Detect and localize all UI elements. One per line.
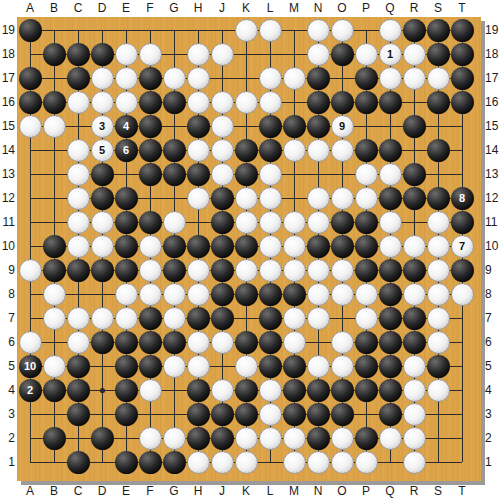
stone-white-O19[interactable] xyxy=(331,19,354,42)
stone-white-L19[interactable] xyxy=(259,19,282,42)
stone-white-A6[interactable] xyxy=(19,331,42,354)
stone-black-O4[interactable] xyxy=(331,379,354,402)
coord-label-bottom-A: A xyxy=(18,483,42,499)
stone-white-O8[interactable] xyxy=(331,283,354,306)
stone-white-S6[interactable] xyxy=(427,331,450,354)
stone-black-F7[interactable] xyxy=(139,307,162,330)
stone-black-T9[interactable] xyxy=(451,259,474,282)
stone-black-H3[interactable] xyxy=(187,403,210,426)
stone-black-P11[interactable] xyxy=(355,211,378,234)
stone-black-Q7[interactable] xyxy=(379,307,402,330)
stone-black-B9[interactable] xyxy=(43,259,66,282)
stone-black-C18[interactable] xyxy=(67,43,90,66)
stone-white-N19[interactable] xyxy=(307,19,330,42)
stone-white-B8[interactable] xyxy=(43,283,66,306)
coord-label-top-N: N xyxy=(306,0,330,16)
stone-white-R10[interactable] xyxy=(403,235,426,258)
stone-white-L3[interactable] xyxy=(259,403,282,426)
stone-white-O12[interactable] xyxy=(331,187,354,210)
stone-black-G13[interactable] xyxy=(163,163,186,186)
stone-white-L12[interactable] xyxy=(259,187,282,210)
stone-white-H16[interactable] xyxy=(187,91,210,114)
stone-black-J12[interactable] xyxy=(211,187,234,210)
stone-white-C6[interactable] xyxy=(67,331,90,354)
coord-label-bottom-T: T xyxy=(450,483,474,499)
stone-white-K19[interactable] xyxy=(235,19,258,42)
stone-black-C3[interactable] xyxy=(67,403,90,426)
stone-black-E14-move-6[interactable]: 6 xyxy=(115,139,138,162)
coord-label-bottom-C: C xyxy=(66,483,90,499)
stone-black-G16[interactable] xyxy=(163,91,186,114)
stone-white-N8[interactable] xyxy=(307,283,330,306)
stone-white-G2[interactable] xyxy=(163,427,186,450)
stone-black-T12-move-8[interactable]: 8 xyxy=(451,187,474,210)
stone-black-R15[interactable] xyxy=(403,115,426,138)
coord-label-bottom-Q: Q xyxy=(378,483,402,499)
stone-black-T18[interactable] xyxy=(451,43,474,66)
stone-white-M9[interactable] xyxy=(283,259,306,282)
stone-black-E5[interactable] xyxy=(115,355,138,378)
stone-black-N15[interactable] xyxy=(307,115,330,138)
stone-white-J1[interactable] xyxy=(211,451,234,474)
stone-black-C1[interactable] xyxy=(67,451,90,474)
stone-black-J2[interactable] xyxy=(211,427,234,450)
stone-black-J11[interactable] xyxy=(211,211,234,234)
stone-white-Q19[interactable] xyxy=(379,19,402,42)
coord-label-top-K: K xyxy=(234,0,258,16)
coord-label-bottom-K: K xyxy=(234,483,258,499)
stone-white-M14[interactable] xyxy=(283,139,306,162)
stone-white-N7[interactable] xyxy=(307,307,330,330)
coord-label-top-H: H xyxy=(186,0,210,16)
stone-black-P14[interactable] xyxy=(355,139,378,162)
stone-black-A16[interactable] xyxy=(19,91,42,114)
stone-black-B2[interactable] xyxy=(43,427,66,450)
stone-white-Q10[interactable] xyxy=(379,235,402,258)
stone-black-K4[interactable] xyxy=(235,379,258,402)
stone-white-J16[interactable] xyxy=(211,91,234,114)
stone-black-K14[interactable] xyxy=(235,139,258,162)
stone-white-M11[interactable] xyxy=(283,211,306,234)
stone-white-Q13[interactable] xyxy=(379,163,402,186)
stone-white-P7[interactable] xyxy=(355,307,378,330)
stone-white-H6[interactable] xyxy=(187,331,210,354)
stone-black-T11[interactable] xyxy=(451,211,474,234)
stone-white-M2[interactable] xyxy=(283,427,306,450)
stone-black-E15-move-4[interactable]: 4 xyxy=(115,115,138,138)
stone-white-C12[interactable] xyxy=(67,187,90,210)
stone-white-R5[interactable] xyxy=(403,355,426,378)
stone-black-A5-move-10[interactable]: 10 xyxy=(19,355,42,378)
stone-white-C16[interactable] xyxy=(67,91,90,114)
stone-white-M6[interactable] xyxy=(283,331,306,354)
stone-black-H7[interactable] xyxy=(187,307,210,330)
stone-black-P6[interactable] xyxy=(355,331,378,354)
stone-black-J9[interactable] xyxy=(211,259,234,282)
stone-black-S14[interactable] xyxy=(427,139,450,162)
coord-label-right-1: 1 xyxy=(485,454,500,470)
stone-black-L5[interactable] xyxy=(259,355,282,378)
coord-label-bottom-G: G xyxy=(162,483,186,499)
stone-black-H15[interactable] xyxy=(187,115,210,138)
stone-black-O16[interactable] xyxy=(331,91,354,114)
stone-white-J13[interactable] xyxy=(211,163,234,186)
stone-white-P8[interactable] xyxy=(355,283,378,306)
stone-black-K10[interactable] xyxy=(235,235,258,258)
stone-black-C4[interactable] xyxy=(67,379,90,402)
stone-white-L9[interactable] xyxy=(259,259,282,282)
stone-black-Q12[interactable] xyxy=(379,187,402,210)
stone-black-B18[interactable] xyxy=(43,43,66,66)
stone-white-S9[interactable] xyxy=(427,259,450,282)
stone-white-Q18-move-1[interactable]: 1 xyxy=(379,43,402,66)
stone-white-L17[interactable] xyxy=(259,67,282,90)
stone-black-N16[interactable] xyxy=(307,91,330,114)
stone-white-K16[interactable] xyxy=(235,91,258,114)
stone-black-R13[interactable] xyxy=(403,163,426,186)
stone-white-T10-move-7[interactable]: 7 xyxy=(451,235,474,258)
stone-white-H17[interactable] xyxy=(187,67,210,90)
stone-white-A9[interactable] xyxy=(19,259,42,282)
stone-white-D10[interactable] xyxy=(91,235,114,258)
stone-black-K8[interactable] xyxy=(235,283,258,306)
stone-white-H18[interactable] xyxy=(187,43,210,66)
stone-white-Q17[interactable] xyxy=(379,67,402,90)
stone-black-S19[interactable] xyxy=(427,19,450,42)
stone-black-P10[interactable] xyxy=(355,235,378,258)
stone-white-L2[interactable] xyxy=(259,427,282,450)
stone-black-C5[interactable] xyxy=(67,355,90,378)
stone-white-H14[interactable] xyxy=(187,139,210,162)
coord-label-right-7: 7 xyxy=(485,310,500,326)
stone-black-J7[interactable] xyxy=(211,307,234,330)
stone-black-Q9[interactable] xyxy=(379,259,402,282)
stone-black-F15[interactable] xyxy=(139,115,162,138)
stone-white-D15-move-3[interactable]: 3 xyxy=(91,115,114,138)
stone-white-H5[interactable] xyxy=(187,355,210,378)
go-board[interactable]: 13495687102 xyxy=(17,17,481,481)
stone-black-E1[interactable] xyxy=(115,451,138,474)
stone-white-H1[interactable] xyxy=(187,451,210,474)
stone-black-N4[interactable] xyxy=(307,379,330,402)
stone-white-C11[interactable] xyxy=(67,211,90,234)
stone-white-F10[interactable] xyxy=(139,235,162,258)
stone-white-K5[interactable] xyxy=(235,355,258,378)
stone-white-K12[interactable] xyxy=(235,187,258,210)
stone-white-L16[interactable] xyxy=(259,91,282,114)
stone-white-D7[interactable] xyxy=(91,307,114,330)
stone-black-O18[interactable] xyxy=(331,43,354,66)
stone-black-M3[interactable] xyxy=(283,403,306,426)
stone-white-F9[interactable] xyxy=(139,259,162,282)
stone-black-Q16[interactable] xyxy=(379,91,402,114)
stone-white-O5[interactable] xyxy=(331,355,354,378)
stone-black-J3[interactable] xyxy=(211,403,234,426)
stone-black-B10[interactable] xyxy=(43,235,66,258)
stone-white-R4[interactable] xyxy=(403,379,426,402)
stone-white-N9[interactable] xyxy=(307,259,330,282)
stone-white-S11[interactable] xyxy=(427,211,450,234)
stone-white-K1[interactable] xyxy=(235,451,258,474)
stone-white-N18[interactable] xyxy=(307,43,330,66)
stone-white-P13[interactable] xyxy=(355,163,378,186)
stone-black-M8[interactable] xyxy=(283,283,306,306)
stone-white-Q2[interactable] xyxy=(379,427,402,450)
stone-black-T19[interactable] xyxy=(451,19,474,42)
stone-black-T17[interactable] xyxy=(451,67,474,90)
stone-white-T8[interactable] xyxy=(451,283,474,306)
stone-white-R3[interactable] xyxy=(403,403,426,426)
stone-white-M17[interactable] xyxy=(283,67,306,90)
stone-white-G11[interactable] xyxy=(163,211,186,234)
stone-black-G10[interactable] xyxy=(163,235,186,258)
stone-black-T16[interactable] xyxy=(451,91,474,114)
stone-black-M15[interactable] xyxy=(283,115,306,138)
stone-black-S12[interactable] xyxy=(427,187,450,210)
stone-white-R1[interactable] xyxy=(403,451,426,474)
stone-white-N11[interactable] xyxy=(307,211,330,234)
stone-white-G17[interactable] xyxy=(163,67,186,90)
stone-white-D11[interactable] xyxy=(91,211,114,234)
stone-white-R17[interactable] xyxy=(403,67,426,90)
stone-black-D13[interactable] xyxy=(91,163,114,186)
stone-black-M4[interactable] xyxy=(283,379,306,402)
coord-label-top-B: B xyxy=(42,0,66,16)
stone-black-D18[interactable] xyxy=(91,43,114,66)
stone-white-C13[interactable] xyxy=(67,163,90,186)
stone-black-F1[interactable] xyxy=(139,451,162,474)
stone-black-S5[interactable] xyxy=(427,355,450,378)
stone-white-F4[interactable] xyxy=(139,379,162,402)
stone-black-E11[interactable] xyxy=(115,211,138,234)
stone-white-F18[interactable] xyxy=(139,43,162,66)
stone-black-Q3[interactable] xyxy=(379,403,402,426)
stone-black-P2[interactable] xyxy=(355,427,378,450)
stone-black-L14[interactable] xyxy=(259,139,282,162)
stone-white-R8[interactable] xyxy=(403,283,426,306)
stone-white-H12[interactable] xyxy=(187,187,210,210)
stone-black-K13[interactable] xyxy=(235,163,258,186)
stone-black-G1[interactable] xyxy=(163,451,186,474)
stone-white-P18[interactable] xyxy=(355,43,378,66)
stone-black-L7[interactable] xyxy=(259,307,282,330)
stone-black-F13[interactable] xyxy=(139,163,162,186)
stone-black-Q14[interactable] xyxy=(379,139,402,162)
stone-white-M1[interactable] xyxy=(283,451,306,474)
stone-black-C9[interactable] xyxy=(67,259,90,282)
stone-black-F6[interactable] xyxy=(139,331,162,354)
stone-white-R18[interactable] xyxy=(403,43,426,66)
stone-white-N14[interactable] xyxy=(307,139,330,162)
stone-white-H9[interactable] xyxy=(187,259,210,282)
stone-white-E7[interactable] xyxy=(115,307,138,330)
stone-black-B4[interactable] xyxy=(43,379,66,402)
coord-label-left-5: 5 xyxy=(0,358,15,374)
stone-black-C17[interactable] xyxy=(67,67,90,90)
stone-black-B16[interactable] xyxy=(43,91,66,114)
coord-label-left-15: 15 xyxy=(0,118,15,134)
stone-white-R2[interactable] xyxy=(403,427,426,450)
stone-white-D16[interactable] xyxy=(91,91,114,114)
stone-white-O15-move-9[interactable]: 9 xyxy=(331,115,354,138)
stone-black-A4-move-2[interactable]: 2 xyxy=(19,379,42,402)
stone-black-R9[interactable] xyxy=(403,259,426,282)
stone-black-O3[interactable] xyxy=(331,403,354,426)
stone-white-G5[interactable] xyxy=(163,355,186,378)
stone-white-D17[interactable] xyxy=(91,67,114,90)
stone-white-D14-move-5[interactable]: 5 xyxy=(91,139,114,162)
stone-black-D6[interactable] xyxy=(91,331,114,354)
stone-white-L4[interactable] xyxy=(259,379,282,402)
stone-black-D2[interactable] xyxy=(91,427,114,450)
stone-black-A17[interactable] xyxy=(19,67,42,90)
stone-white-N12[interactable] xyxy=(307,187,330,210)
coord-label-right-5: 5 xyxy=(485,358,500,374)
stone-black-G9[interactable] xyxy=(163,259,186,282)
stone-white-J15[interactable] xyxy=(211,115,234,138)
coord-label-right-18: 18 xyxy=(485,46,500,62)
stone-black-F16[interactable] xyxy=(139,91,162,114)
coord-label-right-16: 16 xyxy=(485,94,500,110)
coord-label-bottom-J: J xyxy=(210,483,234,499)
stone-black-Q4[interactable] xyxy=(379,379,402,402)
stone-white-E16[interactable] xyxy=(115,91,138,114)
stone-black-E12[interactable] xyxy=(115,187,138,210)
stone-black-E3[interactable] xyxy=(115,403,138,426)
stone-white-L11[interactable] xyxy=(259,211,282,234)
stone-white-A15[interactable] xyxy=(19,115,42,138)
stone-white-O6[interactable] xyxy=(331,331,354,354)
stone-black-Q8[interactable] xyxy=(379,283,402,306)
go-app-screen: 13495687102 AABBCCDDEEFFGGHHJJKKLLMMNNOO… xyxy=(0,0,500,500)
stone-white-P1[interactable] xyxy=(355,451,378,474)
stone-black-J10[interactable] xyxy=(211,235,234,258)
stone-black-P9[interactable] xyxy=(355,259,378,282)
stone-black-L8[interactable] xyxy=(259,283,282,306)
stone-white-J18[interactable] xyxy=(211,43,234,66)
stone-black-R7[interactable] xyxy=(403,307,426,330)
stone-black-N10[interactable] xyxy=(307,235,330,258)
stone-white-S17[interactable] xyxy=(427,67,450,90)
stone-white-O1[interactable] xyxy=(331,451,354,474)
stone-black-Q5[interactable] xyxy=(379,355,402,378)
stone-white-K11[interactable] xyxy=(235,211,258,234)
coord-label-left-12: 12 xyxy=(0,190,15,206)
stone-black-H13[interactable] xyxy=(187,163,210,186)
stone-black-F14[interactable] xyxy=(139,139,162,162)
stone-white-E8[interactable] xyxy=(115,283,138,306)
stone-white-B5[interactable] xyxy=(43,355,66,378)
stone-black-O11[interactable] xyxy=(331,211,354,234)
stone-black-A19[interactable] xyxy=(19,19,42,42)
stone-black-N17[interactable] xyxy=(307,67,330,90)
stone-white-O14[interactable] xyxy=(331,139,354,162)
stone-black-F17[interactable] xyxy=(139,67,162,90)
stone-black-H10[interactable] xyxy=(187,235,210,258)
stone-white-E17[interactable] xyxy=(115,67,138,90)
stone-white-F2[interactable] xyxy=(139,427,162,450)
stone-black-P17[interactable] xyxy=(355,67,378,90)
stone-black-P4[interactable] xyxy=(355,379,378,402)
stone-white-M7[interactable] xyxy=(283,307,306,330)
stone-black-K6[interactable] xyxy=(235,331,258,354)
stone-black-Q6[interactable] xyxy=(379,331,402,354)
stone-black-H2[interactable] xyxy=(187,427,210,450)
stone-white-P12[interactable] xyxy=(355,187,378,210)
stone-white-S8[interactable] xyxy=(427,283,450,306)
stone-black-P16[interactable] xyxy=(355,91,378,114)
coord-label-right-4: 4 xyxy=(485,382,500,398)
stone-black-R6[interactable] xyxy=(403,331,426,354)
stone-white-H8[interactable] xyxy=(187,283,210,306)
stone-white-N5[interactable] xyxy=(307,355,330,378)
stone-white-C10[interactable] xyxy=(67,235,90,258)
stone-black-F11[interactable] xyxy=(139,211,162,234)
stone-white-C7[interactable] xyxy=(67,307,90,330)
stone-white-K9[interactable] xyxy=(235,259,258,282)
stone-white-J14[interactable] xyxy=(211,139,234,162)
stone-black-S18[interactable] xyxy=(427,43,450,66)
stone-white-C14[interactable] xyxy=(67,139,90,162)
stone-black-L15[interactable] xyxy=(259,115,282,138)
stone-black-E4[interactable] xyxy=(115,379,138,402)
stone-black-N2[interactable] xyxy=(307,427,330,450)
stone-white-E18[interactable] xyxy=(115,43,138,66)
stone-black-M5[interactable] xyxy=(283,355,306,378)
stone-white-M10[interactable] xyxy=(283,235,306,258)
stone-white-O9[interactable] xyxy=(331,259,354,282)
stone-white-S10[interactable] xyxy=(427,235,450,258)
stone-white-J4[interactable] xyxy=(211,379,234,402)
stone-white-S4[interactable] xyxy=(427,379,450,402)
stone-black-E9[interactable] xyxy=(115,259,138,282)
stone-black-L6[interactable] xyxy=(259,331,282,354)
stone-black-S16[interactable] xyxy=(427,91,450,114)
coord-label-top-R: R xyxy=(402,0,426,16)
coord-label-top-P: P xyxy=(354,0,378,16)
stone-white-B7[interactable] xyxy=(43,307,66,330)
stone-black-J8[interactable] xyxy=(211,283,234,306)
stone-black-N3[interactable] xyxy=(307,403,330,426)
stone-white-K2[interactable] xyxy=(235,427,258,450)
stone-white-Q11[interactable] xyxy=(379,211,402,234)
stone-black-R19[interactable] xyxy=(403,19,426,42)
stone-white-F8[interactable] xyxy=(139,283,162,306)
stone-black-G14[interactable] xyxy=(163,139,186,162)
stone-black-D12[interactable] xyxy=(91,187,114,210)
stone-white-J6[interactable] xyxy=(211,331,234,354)
stone-white-O2[interactable] xyxy=(331,427,354,450)
stone-white-G8[interactable] xyxy=(163,283,186,306)
stone-black-E6[interactable] xyxy=(115,331,138,354)
stone-black-P5[interactable] xyxy=(355,355,378,378)
stone-white-L10[interactable] xyxy=(259,235,282,258)
stone-white-L13[interactable] xyxy=(259,163,282,186)
stone-black-F5[interactable] xyxy=(139,355,162,378)
stone-black-G6[interactable] xyxy=(163,331,186,354)
stone-black-R12[interactable] xyxy=(403,187,426,210)
stone-white-B15[interactable] xyxy=(43,115,66,138)
stone-white-S7[interactable] xyxy=(427,307,450,330)
stone-black-H4[interactable] xyxy=(187,379,210,402)
stone-black-K3[interactable] xyxy=(235,403,258,426)
stone-black-O10[interactable] xyxy=(331,235,354,258)
stone-white-G7[interactable] xyxy=(163,307,186,330)
stone-black-E10[interactable] xyxy=(115,235,138,258)
stone-white-N1[interactable] xyxy=(307,451,330,474)
coord-label-top-F: F xyxy=(138,0,162,16)
stone-black-D9[interactable] xyxy=(91,259,114,282)
